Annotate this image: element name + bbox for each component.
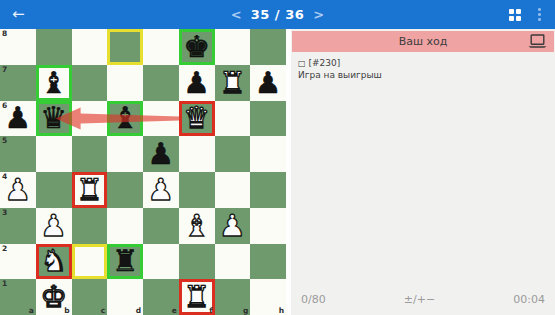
white-pawn: ♟ <box>143 172 179 208</box>
file-label: h <box>279 307 284 315</box>
file-label: b <box>64 307 69 315</box>
square-e7[interactable] <box>143 65 179 101</box>
square-g1[interactable]: g <box>215 279 251 315</box>
square-c6[interactable] <box>72 101 108 137</box>
next-puzzle-icon[interactable]: > <box>313 7 324 22</box>
rank-label: 6 <box>2 102 7 110</box>
puzzle-counter: 35 / 36 <box>251 7 304 22</box>
white-knight: ♞ <box>36 244 72 280</box>
black-queen: ♛ <box>36 101 72 137</box>
file-label: a <box>29 307 34 315</box>
square-d7[interactable] <box>107 65 143 101</box>
square-e3[interactable] <box>143 208 179 244</box>
square-a4[interactable]: ♟4 <box>0 172 36 208</box>
square-e6[interactable] <box>143 101 179 137</box>
rank-label: 3 <box>2 209 7 217</box>
square-d8[interactable] <box>107 29 143 65</box>
black-rook: ♜ <box>107 244 143 280</box>
file-label: c <box>101 307 105 315</box>
square-a3[interactable]: 3 <box>0 208 36 244</box>
square-d5[interactable] <box>107 136 143 172</box>
square-g4[interactable] <box>215 172 251 208</box>
black-king: ♚ <box>179 29 215 65</box>
square-h6[interactable] <box>250 101 286 137</box>
rank-label: 8 <box>2 30 7 38</box>
puzzle-navigation: < 35 / 36 > <box>0 0 555 29</box>
square-h7[interactable]: ♟ <box>250 65 286 101</box>
puzzle-id-line: □ [#230] <box>298 58 555 70</box>
white-rook: ♜ <box>215 65 251 101</box>
black-pawn: ♟ <box>143 136 179 172</box>
square-g8[interactable] <box>215 29 251 65</box>
square-h3[interactable] <box>250 208 286 244</box>
square-e2[interactable] <box>143 244 179 280</box>
puzzle-info: □ [#230] Игра на выигрыш <box>291 52 555 81</box>
white-pawn: ♟ <box>215 208 251 244</box>
prev-puzzle-icon[interactable]: < <box>231 7 242 22</box>
file-label: d <box>136 307 141 315</box>
square-a5[interactable]: 5 <box>0 136 36 172</box>
square-c5[interactable] <box>72 136 108 172</box>
square-f6[interactable]: ♛ <box>179 101 215 137</box>
main-content: 8♚7♝♟♜♟♟6♛♝♛5♟♟4♜♟3♟♝♟2♞♜1a♚bcde♜fgh Ваш… <box>0 29 555 315</box>
overflow-menu-icon[interactable] <box>536 6 543 23</box>
square-a1[interactable]: 1a <box>0 279 36 315</box>
square-c3[interactable] <box>72 208 108 244</box>
square-e8[interactable] <box>143 29 179 65</box>
square-e1[interactable]: e <box>143 279 179 315</box>
square-f8[interactable]: ♚ <box>179 29 215 65</box>
square-h8[interactable] <box>250 29 286 65</box>
side-panel: Ваш ход □ [#230] Игра на выигрыш 0/80 ±/… <box>286 29 555 315</box>
rank-label: 2 <box>2 245 7 253</box>
square-c4[interactable]: ♜ <box>72 172 108 208</box>
square-c2[interactable] <box>72 244 108 280</box>
square-a6[interactable]: ♟6 <box>0 101 36 137</box>
white-pawn: ♟ <box>36 208 72 244</box>
status-banner: Ваш ход <box>292 31 554 52</box>
square-d2[interactable]: ♜ <box>107 244 143 280</box>
square-d6[interactable]: ♝ <box>107 101 143 137</box>
square-d4[interactable] <box>107 172 143 208</box>
puzzle-id: [#230] <box>308 58 340 68</box>
square-b4[interactable] <box>36 172 72 208</box>
square-b6[interactable]: ♛ <box>36 101 72 137</box>
square-a2[interactable]: 2 <box>0 244 36 280</box>
black-bishop: ♝ <box>36 65 72 101</box>
square-c8[interactable] <box>72 29 108 65</box>
square-f5[interactable] <box>179 136 215 172</box>
square-b5[interactable] <box>36 136 72 172</box>
square-h2[interactable] <box>250 244 286 280</box>
square-f2[interactable] <box>179 244 215 280</box>
square-b2[interactable]: ♞ <box>36 244 72 280</box>
square-c7[interactable] <box>72 65 108 101</box>
square-g5[interactable] <box>215 136 251 172</box>
your-move-label: Ваш ход <box>399 35 448 48</box>
square-a8[interactable]: 8 <box>0 29 36 65</box>
computer-icon[interactable] <box>528 34 547 53</box>
timer: 00:04 <box>513 293 545 306</box>
rank-label: 7 <box>2 66 7 74</box>
black-pawn: ♟ <box>179 65 215 101</box>
square-f7[interactable]: ♟ <box>179 65 215 101</box>
white-queen: ♛ <box>179 101 215 137</box>
rank-label: 1 <box>2 280 7 288</box>
evaluation-label: ±/+− <box>404 293 435 306</box>
square-b1[interactable]: ♚b <box>36 279 72 315</box>
file-label: f <box>209 307 212 315</box>
chess-board[interactable]: 8♚7♝♟♜♟♟6♛♝♛5♟♟4♜♟3♟♝♟2♞♜1a♚bcde♜fgh <box>0 29 286 315</box>
white-bishop: ♝ <box>179 208 215 244</box>
square-d3[interactable] <box>107 208 143 244</box>
white-to-move-icon: □ <box>298 59 306 68</box>
white-rook: ♜ <box>72 172 108 208</box>
chess-trainer-app: ← < 35 / 36 > 8♚7♝♟♜♟♟6♛♝♛5♟♟4♜♟3♟♝♟2♞♜1… <box>0 0 555 315</box>
square-b8[interactable] <box>36 29 72 65</box>
square-e4[interactable]: ♟ <box>143 172 179 208</box>
square-e5[interactable]: ♟ <box>143 136 179 172</box>
score-counter: 0/80 <box>301 293 326 306</box>
square-g2[interactable] <box>215 244 251 280</box>
square-g7[interactable]: ♜ <box>215 65 251 101</box>
topbar-actions <box>509 6 543 23</box>
square-a7[interactable]: 7 <box>0 65 36 101</box>
back-button[interactable]: ← <box>12 7 25 22</box>
square-b3[interactable]: ♟ <box>36 208 72 244</box>
top-app-bar: ← < 35 / 36 > <box>0 0 555 29</box>
square-f1[interactable]: ♜f <box>179 279 215 315</box>
rank-label: 5 <box>2 137 7 145</box>
grid-view-icon[interactable] <box>509 9 521 21</box>
square-c1[interactable]: c <box>72 279 108 315</box>
puzzle-goal: Игра на выигрыш <box>298 70 555 82</box>
square-g6[interactable] <box>215 101 251 137</box>
file-label: e <box>172 307 177 315</box>
black-bishop: ♝ <box>107 101 143 137</box>
black-pawn: ♟ <box>250 65 286 101</box>
square-h1[interactable]: h <box>250 279 286 315</box>
square-h4[interactable] <box>250 172 286 208</box>
square-f4[interactable] <box>179 172 215 208</box>
rank-label: 4 <box>2 173 7 181</box>
square-g3[interactable]: ♟ <box>215 208 251 244</box>
status-footer: 0/80 ±/+− 00:04 <box>291 289 555 315</box>
square-b7[interactable]: ♝ <box>36 65 72 101</box>
square-h5[interactable] <box>250 136 286 172</box>
square-f3[interactable]: ♝ <box>179 208 215 244</box>
square-d1[interactable]: d <box>107 279 143 315</box>
file-label: g <box>243 307 248 315</box>
